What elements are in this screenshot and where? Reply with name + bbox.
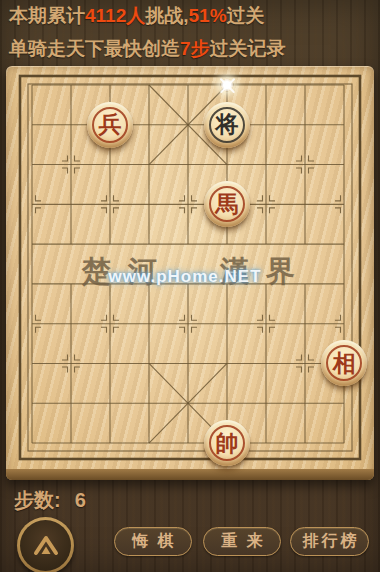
- piece-black[interactable]: 将: [204, 102, 250, 148]
- last-move-marker: [221, 79, 234, 92]
- double-chevron-up-icon: [31, 531, 61, 561]
- piece-red[interactable]: 相: [321, 340, 367, 386]
- steps-counter: 步数:6: [14, 487, 86, 514]
- record-text: 过关记录: [210, 38, 286, 59]
- undo-button[interactable]: 悔棋: [114, 527, 192, 556]
- expand-button-face: [20, 520, 71, 571]
- piece-character: 帥: [204, 420, 250, 466]
- stats-text: 过关: [227, 5, 265, 26]
- watermark: www.pHome.NET: [108, 267, 261, 287]
- steps-value: 6: [75, 489, 86, 511]
- stats-text: 本期累计: [9, 5, 85, 26]
- expand-button[interactable]: [17, 517, 74, 572]
- leaderboard-button[interactable]: 排行榜: [290, 527, 369, 556]
- piece-character: 将: [204, 102, 250, 148]
- stats-count: 4112人: [85, 5, 145, 26]
- record-text: 单骑走天下最快创造: [9, 38, 180, 59]
- record-steps: 7步: [180, 38, 210, 59]
- record-line: 单骑走天下最快创造7步过关记录: [9, 36, 286, 62]
- steps-label: 步数:: [14, 489, 61, 511]
- app-screen: 本期累计4112人挑战,51%过关 单骑走天下最快创造7步过关记录 楚河 漢界 …: [0, 0, 380, 572]
- piece-character: 兵: [87, 102, 133, 148]
- challenge-stats-line: 本期累计4112人挑战,51%过关: [9, 3, 265, 29]
- piece-character: 相: [321, 340, 367, 386]
- piece-red[interactable]: 兵: [87, 102, 133, 148]
- piece-character: 馬: [204, 181, 250, 227]
- piece-red[interactable]: 馬: [204, 181, 250, 227]
- restart-button[interactable]: 重来: [203, 527, 281, 556]
- piece-red[interactable]: 帥: [204, 420, 250, 466]
- stats-percent: 51%: [189, 5, 227, 26]
- stats-text: 挑战,: [145, 5, 188, 26]
